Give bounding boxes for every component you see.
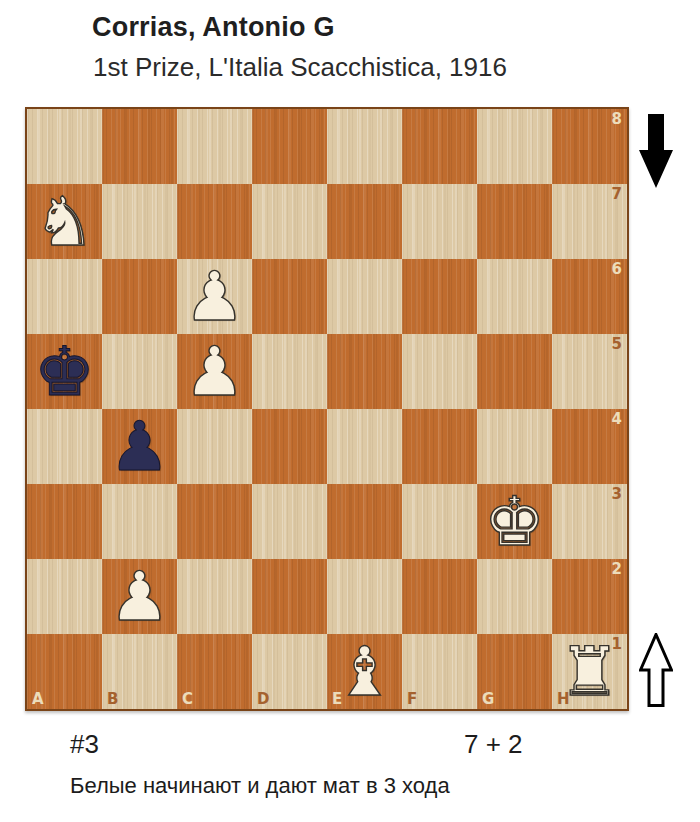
square-d6[interactable] [252,259,327,334]
rank-label-5: 5 [612,337,622,352]
black-down-arrow-icon [639,114,673,192]
square-h5[interactable]: 5 [552,334,627,409]
file-label-b: B [107,692,118,707]
square-h6[interactable]: 6 [552,259,627,334]
problem-source: 1st Prize, L'Italia Scacchistica, 1916 [93,52,507,83]
square-f5[interactable] [402,334,477,409]
file-label-e: E [332,692,342,707]
rank-label-2: 2 [612,562,622,577]
white-up-arrow-icon [639,633,673,711]
square-a2[interactable] [27,559,102,634]
square-e5[interactable] [327,334,402,409]
square-e2[interactable] [327,559,402,634]
square-d4[interactable] [252,409,327,484]
square-b6[interactable] [102,259,177,334]
file-label-c: C [182,692,193,707]
square-f3[interactable] [402,484,477,559]
file-label-a: A [32,692,44,707]
square-c6[interactable]: ♟ [177,259,252,334]
square-e4[interactable] [327,409,402,484]
square-e1[interactable]: ♝E [327,634,402,709]
square-f1[interactable]: F [402,634,477,709]
square-b2[interactable]: ♟ [102,559,177,634]
square-g7[interactable] [477,184,552,259]
black-pawn-b4[interactable]: ♟ [102,409,177,484]
rank-label-1: 1 [612,637,622,652]
square-g3[interactable]: ♚ [477,484,552,559]
square-f4[interactable] [402,409,477,484]
square-d3[interactable] [252,484,327,559]
square-f8[interactable] [402,109,477,184]
square-e7[interactable] [327,184,402,259]
square-d8[interactable] [252,109,327,184]
square-b8[interactable] [102,109,177,184]
square-d2[interactable] [252,559,327,634]
square-f2[interactable] [402,559,477,634]
rank-label-3: 3 [612,487,622,502]
square-e6[interactable] [327,259,402,334]
square-g1[interactable]: G [477,634,552,709]
square-f6[interactable] [402,259,477,334]
composer-name: Corrias, Antonio G [92,12,335,43]
rank-label-7: 7 [612,187,622,202]
material-count: 7 + 2 [464,729,523,760]
white-pawn-c6[interactable]: ♟ [177,259,252,334]
chess-problem-page: Corrias, Antonio G 1st Prize, L'Italia S… [0,0,700,822]
square-f7[interactable] [402,184,477,259]
white-knight-a7[interactable]: ♞ [27,184,102,259]
white-king-g3[interactable]: ♚ [477,484,552,559]
square-c3[interactable] [177,484,252,559]
square-h1[interactable]: ♜1H [552,634,627,709]
stipulation-caption: Белые начинают и дают мат в 3 хода [70,773,450,799]
square-g4[interactable] [477,409,552,484]
white-pawn-c5[interactable]: ♟ [177,334,252,409]
square-h8[interactable]: 8 [552,109,627,184]
square-e3[interactable] [327,484,402,559]
file-label-h: H [557,692,570,707]
square-a6[interactable] [27,259,102,334]
file-label-f: F [407,692,417,707]
square-c1[interactable]: C [177,634,252,709]
square-g2[interactable] [477,559,552,634]
rank-label-6: 6 [612,262,622,277]
square-g5[interactable] [477,334,552,409]
rank-label-4: 4 [612,412,622,427]
square-h7[interactable]: 7 [552,184,627,259]
square-c2[interactable] [177,559,252,634]
square-c7[interactable] [177,184,252,259]
square-a1[interactable]: A [27,634,102,709]
square-a7[interactable]: ♞ [27,184,102,259]
chess-board: 8♞7♟6♚♟5♟4♚3♟2ABCD♝EFG♜1H [25,107,629,711]
file-label-d: D [257,692,269,707]
square-b7[interactable] [102,184,177,259]
square-a8[interactable] [27,109,102,184]
square-b5[interactable] [102,334,177,409]
square-d5[interactable] [252,334,327,409]
square-d1[interactable]: D [252,634,327,709]
file-label-g: G [482,692,494,707]
stipulation-mate-in-n: #3 [70,729,99,760]
black-king-a5[interactable]: ♚ [27,334,102,409]
white-pawn-b2[interactable]: ♟ [102,559,177,634]
square-a3[interactable] [27,484,102,559]
square-h4[interactable]: 4 [552,409,627,484]
square-h3[interactable]: 3 [552,484,627,559]
square-g8[interactable] [477,109,552,184]
square-h2[interactable]: 2 [552,559,627,634]
square-g6[interactable] [477,259,552,334]
square-c4[interactable] [177,409,252,484]
square-d7[interactable] [252,184,327,259]
square-c5[interactable]: ♟ [177,334,252,409]
square-b3[interactable] [102,484,177,559]
square-b4[interactable]: ♟ [102,409,177,484]
square-a4[interactable] [27,409,102,484]
rank-label-8: 8 [612,112,622,127]
square-e8[interactable] [327,109,402,184]
square-b1[interactable]: B [102,634,177,709]
square-a5[interactable]: ♚ [27,334,102,409]
square-c8[interactable] [177,109,252,184]
